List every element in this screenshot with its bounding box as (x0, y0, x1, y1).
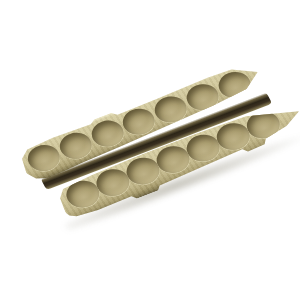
pit-back-6[interactable] (182, 80, 224, 114)
pit-back-2[interactable] (55, 128, 97, 162)
pit-back-5[interactable] (150, 92, 192, 126)
photo-background (0, 0, 300, 300)
pit-back-1[interactable] (23, 140, 65, 174)
pit-back-7[interactable] (213, 67, 255, 101)
